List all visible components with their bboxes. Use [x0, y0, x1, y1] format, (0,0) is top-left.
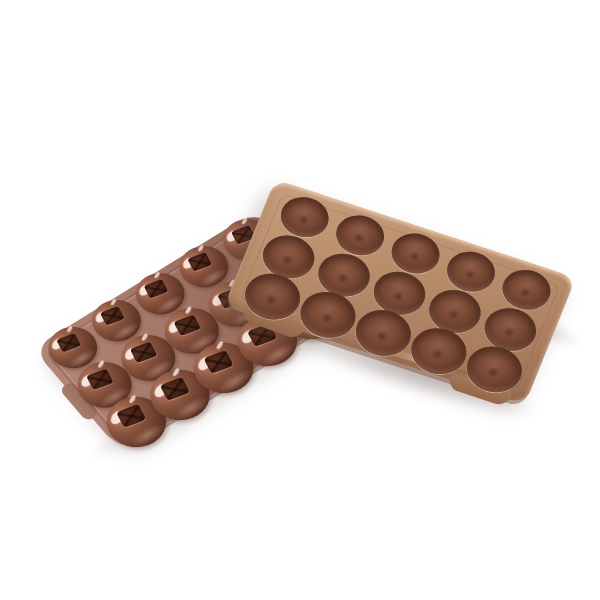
mold-top-sheet	[224, 179, 576, 404]
mold-top-view	[224, 179, 576, 404]
dome-dimple	[56, 333, 81, 352]
dome-dimple	[187, 252, 212, 271]
dome-dimple	[86, 369, 113, 391]
dome-dimple	[174, 315, 201, 337]
product-photo	[0, 0, 600, 600]
dome-dimple	[116, 404, 146, 428]
dome-dimple	[203, 350, 233, 374]
dome-dimple	[144, 279, 169, 298]
dome-dimple	[130, 342, 157, 364]
dome-dimple	[160, 377, 190, 401]
dome-dimple	[100, 306, 125, 325]
cavity-grid	[237, 188, 562, 396]
